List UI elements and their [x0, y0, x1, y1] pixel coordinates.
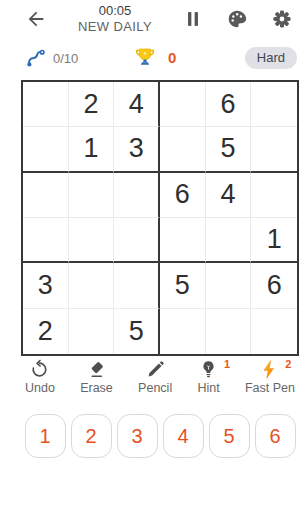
theme-button[interactable] [226, 8, 248, 30]
number-pad: 123456 [16, 414, 304, 458]
erase-label: Erase [80, 381, 113, 395]
back-arrow-icon [25, 8, 47, 30]
hint-button[interactable]: 1 Hint [197, 359, 219, 395]
undo-button[interactable]: Undo [25, 359, 55, 395]
pause-icon [182, 8, 204, 30]
lightbulb-icon [198, 359, 219, 380]
cell-r6c4[interactable] [160, 309, 206, 354]
page-title: NEW DAILY [78, 19, 152, 35]
moves-counter: 0/10 [53, 51, 78, 66]
trophy-count: 0 [168, 49, 176, 66]
cell-r1c2[interactable]: 2 [69, 82, 115, 127]
cell-r3c2[interactable] [69, 173, 115, 218]
undo-label: Undo [25, 381, 55, 395]
timer: 00:05 [78, 3, 152, 19]
num-button-2[interactable]: 2 [71, 414, 112, 458]
cell-r2c5[interactable]: 5 [206, 127, 252, 172]
erase-button[interactable]: Erase [80, 359, 113, 395]
cell-r5c6[interactable]: 6 [251, 263, 297, 308]
cell-r1c5[interactable]: 6 [206, 82, 252, 127]
cell-r3c3[interactable] [114, 173, 160, 218]
gear-icon [271, 8, 293, 30]
fast-pen-count-badge: 2 [285, 358, 291, 370]
undo-icon [29, 359, 50, 380]
pause-button[interactable] [182, 8, 204, 30]
hint-count-badge: 1 [224, 358, 230, 370]
cell-r2c4[interactable] [160, 127, 206, 172]
cell-r6c2[interactable] [69, 309, 115, 354]
cell-r5c5[interactable] [206, 263, 252, 308]
num-button-3[interactable]: 3 [117, 414, 158, 458]
cell-r3c6[interactable] [251, 173, 297, 218]
cell-r1c3[interactable]: 4 [114, 82, 160, 127]
pencil-label: Pencil [138, 381, 172, 395]
pencil-icon [145, 359, 166, 380]
num-button-6[interactable]: 6 [255, 414, 296, 458]
difficulty-badge: Hard [245, 47, 297, 69]
cell-r3c1[interactable] [23, 173, 69, 218]
hint-label: Hint [197, 381, 219, 395]
cell-r4c3[interactable] [114, 218, 160, 263]
cell-r3c5[interactable]: 4 [206, 173, 252, 218]
title-block: 00:05 NEW DAILY [78, 3, 152, 35]
cell-r6c1[interactable]: 2 [23, 309, 69, 354]
cell-r4c5[interactable] [206, 218, 252, 263]
back-button[interactable] [25, 8, 47, 30]
cell-r5c1[interactable]: 3 [23, 263, 69, 308]
cell-r2c2[interactable]: 1 [69, 127, 115, 172]
cell-r6c3[interactable]: 5 [114, 309, 160, 354]
cell-r5c2[interactable] [69, 263, 115, 308]
cell-r2c1[interactable] [23, 127, 69, 172]
cell-r3c4[interactable]: 6 [160, 173, 206, 218]
cell-r4c2[interactable] [69, 218, 115, 263]
cell-r4c4[interactable] [160, 218, 206, 263]
cell-r2c6[interactable] [251, 127, 297, 172]
toolbar: Undo Erase Pencil [16, 357, 304, 397]
num-button-5[interactable]: 5 [209, 414, 250, 458]
cell-r4c1[interactable] [23, 218, 69, 263]
sudoku-grid: 24613564135625 [21, 80, 299, 356]
path-icon [24, 47, 47, 70]
lightning-icon [259, 359, 280, 380]
cell-r1c6[interactable] [251, 82, 297, 127]
cell-r4c6[interactable]: 1 [251, 218, 297, 263]
cell-r5c4[interactable]: 5 [160, 263, 206, 308]
num-button-4[interactable]: 4 [163, 414, 204, 458]
cell-r5c3[interactable] [114, 263, 160, 308]
cell-r6c6[interactable] [251, 309, 297, 354]
eraser-icon [86, 359, 107, 380]
sudoku-app: 00:05 NEW DAILY [16, 0, 304, 512]
palette-icon [226, 8, 248, 30]
cell-r6c5[interactable] [206, 309, 252, 354]
trophy-icon [133, 46, 157, 70]
cell-r1c4[interactable] [160, 82, 206, 127]
num-button-1[interactable]: 1 [25, 414, 66, 458]
top-bar: 00:05 NEW DAILY [16, 0, 304, 38]
settings-button[interactable] [271, 8, 293, 30]
fast-pen-button[interactable]: 2 Fast Pen [245, 359, 295, 395]
stats-bar: 0/10 0 Hard [16, 42, 304, 76]
fast-pen-label: Fast Pen [245, 381, 295, 395]
pencil-button[interactable]: Pencil [138, 359, 172, 395]
cell-r1c1[interactable] [23, 82, 69, 127]
cell-r2c3[interactable]: 3 [114, 127, 160, 172]
